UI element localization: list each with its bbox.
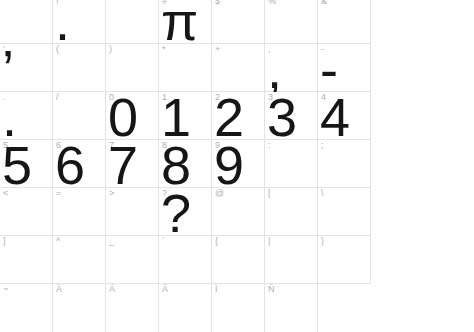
char-code-label: _	[109, 237, 114, 246]
char-cell: 88	[159, 140, 212, 188]
char-cell: *	[159, 44, 212, 92]
char-code-label: @	[215, 189, 224, 198]
char-cell: !.	[53, 0, 106, 44]
char-cell: %	[265, 0, 318, 44]
char-row: ../0011223344	[0, 92, 371, 140]
font-preview-viewport: !."#π$%&'’()*+,,--../0011223344556677889…	[0, 0, 474, 332]
char-code-label: \	[321, 189, 324, 198]
character-map-grid: !."#π$%&'’()*+,,--../0011223344556677889…	[0, 0, 371, 332]
char-code-label: :	[268, 141, 271, 150]
char-row: !."#π$%&	[0, 0, 371, 44]
char-cell: 22	[212, 92, 265, 140]
char-cell: 77	[106, 140, 159, 188]
char-glyph: π	[161, 0, 198, 48]
char-cell: ~	[0, 284, 53, 332]
char-cell: >	[106, 188, 159, 236]
char-cell: ??	[159, 188, 212, 236]
char-glyph: 9	[214, 138, 244, 192]
char-code-label: {	[215, 237, 218, 246]
char-cell: Ì	[212, 284, 265, 332]
char-code-label: )	[109, 45, 112, 54]
char-cell: }	[318, 236, 371, 284]
char-cell: --	[318, 44, 371, 92]
char-code-label: |	[268, 237, 270, 246]
char-cell: "	[106, 0, 159, 44]
char-code-label: ~	[3, 285, 8, 294]
char-cell: Â	[159, 284, 212, 332]
char-code-label	[3, 0, 6, 6]
char-code-label: >	[109, 189, 114, 198]
char-code-label: =	[56, 189, 61, 198]
char-cell: 66	[53, 140, 106, 188]
char-cell: 00	[106, 92, 159, 140]
char-cell: `	[159, 236, 212, 284]
char-row: '’()*+,,--	[0, 44, 371, 92]
char-cell: \	[318, 188, 371, 236]
char-code-label: +	[215, 45, 220, 54]
char-row: ~ÀÁÂÌÑ	[0, 284, 371, 332]
char-cell: /	[53, 92, 106, 140]
char-cell: =	[53, 188, 106, 236]
char-cell: &	[318, 0, 371, 44]
char-code-label: ]	[3, 237, 6, 246]
char-cell: ..	[0, 92, 53, 140]
char-cell: Á	[106, 284, 159, 332]
char-cell: (	[53, 44, 106, 92]
char-cell: $	[212, 0, 265, 44]
char-cell: _	[106, 236, 159, 284]
char-cell: ;	[318, 140, 371, 188]
char-cell: ,,	[265, 44, 318, 92]
char-code-label: Â	[162, 285, 168, 294]
char-code-label: ^	[56, 237, 60, 246]
char-cell: ^	[53, 236, 106, 284]
char-code-label: (	[56, 45, 59, 54]
char-cell: |	[265, 236, 318, 284]
char-code-label: *	[162, 45, 166, 54]
char-cell: 55	[0, 140, 53, 188]
char-code-label: Ì	[215, 285, 218, 294]
char-cell: [	[265, 188, 318, 236]
char-code-label: ;	[321, 141, 324, 150]
char-glyph: 7	[108, 138, 138, 192]
char-glyph: 3	[267, 90, 297, 144]
char-cell: 44	[318, 92, 371, 140]
char-cell: )	[106, 44, 159, 92]
char-glyph: .	[55, 0, 70, 48]
char-code-label: /	[56, 93, 59, 102]
char-code-label: }	[321, 237, 324, 246]
char-cell: #π	[159, 0, 212, 44]
char-code-label: Ñ	[268, 285, 275, 294]
char-cell: ]	[0, 236, 53, 284]
char-cell: 33	[265, 92, 318, 140]
char-cell: '’	[0, 44, 53, 92]
char-glyph: 6	[55, 138, 85, 192]
char-cell: {	[212, 236, 265, 284]
char-row: <=>??@[\	[0, 188, 371, 236]
char-cell: 99	[212, 140, 265, 188]
char-code-label: $	[215, 0, 220, 6]
char-code-label: &	[321, 0, 327, 6]
char-cell: 11	[159, 92, 212, 140]
char-cell: :	[265, 140, 318, 188]
char-code-label: "	[109, 0, 112, 6]
char-cell	[0, 0, 53, 44]
char-cell: @	[212, 188, 265, 236]
char-code-label: À	[56, 285, 62, 294]
char-code-label: [	[268, 189, 271, 198]
char-glyph: 4	[320, 90, 350, 144]
char-cell: À	[53, 284, 106, 332]
char-glyph: ?	[161, 186, 191, 240]
char-code-label: %	[268, 0, 276, 6]
char-code-label: <	[3, 189, 8, 198]
char-row: ]^_`{|}	[0, 236, 371, 284]
char-cell: +	[212, 44, 265, 92]
char-row: 5566778899:;	[0, 140, 371, 188]
char-code-label: Á	[109, 285, 115, 294]
char-cell: <	[0, 188, 53, 236]
char-cell: Ñ	[265, 284, 318, 332]
char-glyph: 5	[2, 138, 32, 192]
char-code-label: `	[162, 237, 165, 246]
